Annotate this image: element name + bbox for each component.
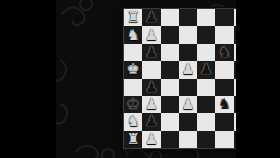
square-c4[interactable]	[161, 79, 179, 96]
square-e5[interactable]: ♟	[197, 61, 215, 78]
letterbox-right	[236, 0, 280, 158]
square-c2[interactable]	[161, 113, 179, 130]
white-king-piece[interactable]: ♚	[126, 62, 139, 77]
square-b1[interactable]: ♟	[142, 131, 160, 148]
white-pawn-piece[interactable]: ♟	[145, 27, 158, 42]
square-a5[interactable]: ♚	[124, 61, 142, 78]
white-pawn-piece[interactable]: ♟	[145, 131, 158, 146]
white-pawn-piece[interactable]: ♟	[145, 97, 158, 112]
square-b5[interactable]	[142, 61, 160, 78]
square-e7[interactable]	[197, 26, 215, 43]
square-d6[interactable]	[179, 44, 197, 61]
square-e2[interactable]	[197, 113, 215, 130]
square-e6[interactable]	[197, 44, 215, 61]
square-f7[interactable]	[215, 26, 233, 43]
square-c6[interactable]	[161, 44, 179, 61]
square-c1[interactable]	[161, 131, 179, 148]
black-pawn-piece[interactable]: ♟	[199, 62, 212, 77]
square-a3[interactable]: ♚	[124, 96, 142, 113]
square-d7[interactable]	[179, 26, 197, 43]
square-f2[interactable]	[215, 113, 233, 130]
square-e1[interactable]	[197, 131, 215, 148]
white-knight-piece[interactable]: ♞	[126, 27, 139, 42]
white-pawn-piece[interactable]: ♟	[181, 97, 194, 112]
square-b6[interactable]: ♟	[142, 44, 160, 61]
square-c3[interactable]	[161, 96, 179, 113]
white-rook-piece[interactable]: ♜	[126, 131, 139, 146]
background-flourish: ♜♟♟♜♞♟♟♟♞♛♟♚♟♟♚♟♟♛♚♟♟♞♟♟♞♟♟♜♟♟♜	[56, 0, 236, 158]
screenshot-root: ♜♟♟♜♞♟♟♟♞♛♟♚♟♟♚♟♟♛♚♟♟♞♟♟♞♟♟♜♟♟♜	[0, 0, 280, 158]
square-e4[interactable]	[197, 79, 215, 96]
black-pawn-piece[interactable]: ♟	[145, 10, 158, 25]
square-b7[interactable]: ♟	[142, 26, 160, 43]
square-b3[interactable]: ♟	[142, 96, 160, 113]
square-d4[interactable]	[179, 79, 197, 96]
square-f4[interactable]	[215, 79, 233, 96]
black-pawn-piece[interactable]: ♟	[145, 114, 158, 129]
black-king-piece[interactable]: ♚	[126, 97, 139, 112]
square-b4[interactable]: ♟	[142, 79, 160, 96]
square-a8[interactable]: ♜	[124, 9, 142, 26]
black-knight-piece[interactable]: ♞	[218, 97, 231, 112]
white-knight-piece[interactable]: ♞	[126, 114, 139, 129]
square-a1[interactable]: ♜	[124, 131, 142, 148]
square-c8[interactable]	[161, 9, 179, 26]
letterbox-left	[0, 0, 56, 158]
square-e3[interactable]	[197, 96, 215, 113]
square-c7[interactable]	[161, 26, 179, 43]
square-f5[interactable]	[215, 61, 233, 78]
white-rook-piece[interactable]: ♜	[126, 10, 139, 25]
square-b2[interactable]: ♟	[142, 113, 160, 130]
square-d8[interactable]	[179, 9, 197, 26]
square-d1[interactable]	[179, 131, 197, 148]
black-knight-piece[interactable]: ♞	[218, 44, 231, 59]
square-a4[interactable]	[124, 79, 142, 96]
square-f3[interactable]: ♞	[215, 96, 233, 113]
square-d2[interactable]	[179, 113, 197, 130]
square-a7[interactable]: ♞	[124, 26, 142, 43]
square-f8[interactable]	[215, 9, 233, 26]
black-pawn-piece[interactable]: ♟	[145, 44, 158, 59]
square-f1[interactable]	[215, 131, 233, 148]
white-pawn-piece[interactable]: ♟	[181, 62, 194, 77]
black-pawn-piece[interactable]: ♟	[145, 79, 158, 94]
square-b8[interactable]: ♟	[142, 9, 160, 26]
square-e8[interactable]	[197, 9, 215, 26]
square-c5[interactable]	[161, 61, 179, 78]
square-a2[interactable]: ♞	[124, 113, 142, 130]
square-d5[interactable]: ♟	[179, 61, 197, 78]
square-a6[interactable]	[124, 44, 142, 61]
square-f6[interactable]: ♞	[215, 44, 233, 61]
square-d3[interactable]: ♟	[179, 96, 197, 113]
